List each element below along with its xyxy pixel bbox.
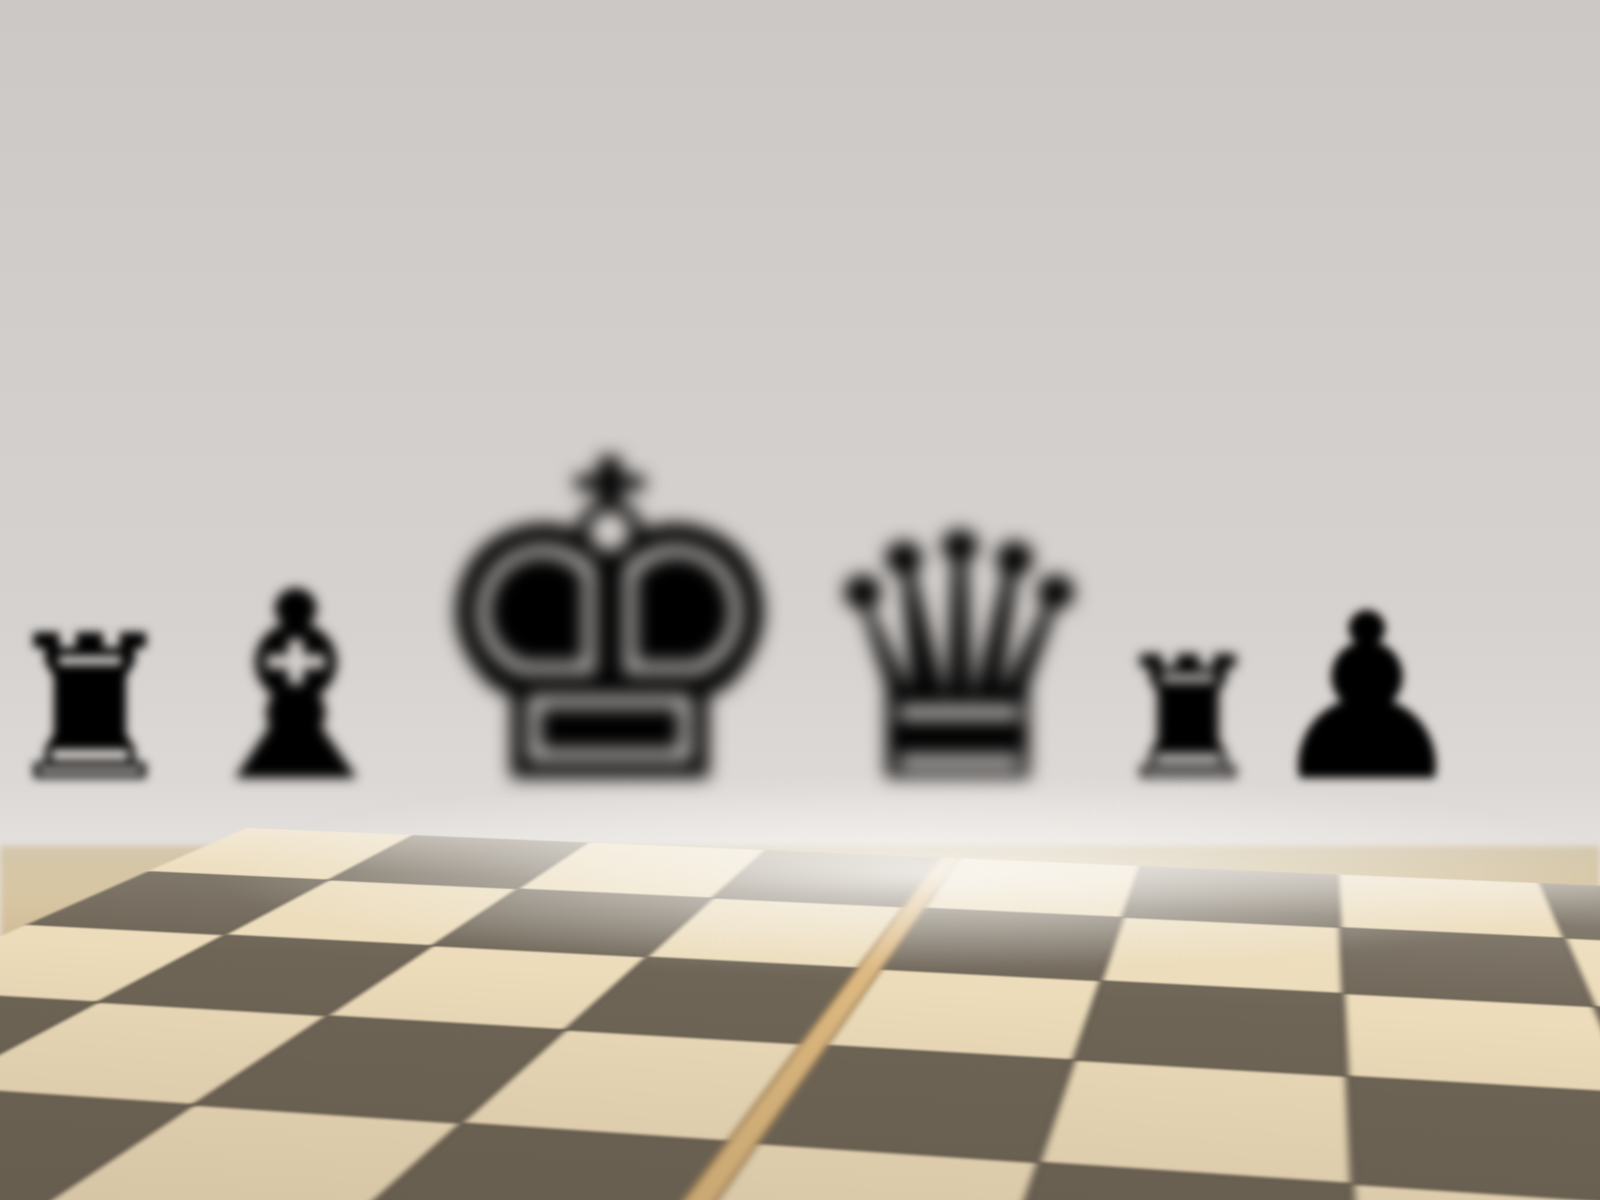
- focus-haze-band: [0, 740, 1600, 980]
- chess-photo-scene: ♜♝♚♛♜♟♟♟♟♟♞♟♟♞♟♟♟♚ ♟: [0, 0, 1600, 1200]
- board-front-edge: [0, 1072, 1600, 1200]
